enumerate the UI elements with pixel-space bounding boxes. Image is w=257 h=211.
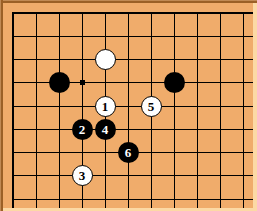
stone-number: 5 — [148, 100, 155, 113]
grid-line-horizontal-5 — [12, 106, 253, 107]
board-bevel-top — [0, 0, 257, 3]
grid-line-vertical-6 — [128, 12, 129, 208]
grid-line-vertical-1 — [12, 12, 14, 208]
stone-black-move-2: 2 — [72, 119, 93, 140]
grid-line-horizontal-9 — [12, 199, 253, 200]
stone-black — [164, 72, 185, 93]
grid-line-horizontal-6 — [12, 129, 253, 130]
stone-number: 6 — [125, 146, 132, 159]
grid-line-horizontal-8 — [12, 175, 253, 176]
stone-white-move-5: 5 — [141, 96, 162, 117]
hoshi-marker — [80, 80, 85, 85]
grid-line-horizontal-2 — [12, 36, 253, 37]
board-bevel-right — [253, 3, 257, 211]
grid-line-vertical-11 — [243, 12, 244, 208]
grid-line-horizontal-3 — [12, 59, 253, 60]
board-bevel-bottom — [3, 208, 257, 211]
stone-black — [49, 72, 70, 93]
stone-white-move-3: 3 — [72, 165, 93, 186]
stone-black-move-4: 4 — [95, 119, 116, 140]
stone-number: 3 — [79, 169, 86, 182]
grid-line-horizontal-1 — [12, 12, 253, 14]
grid-line-vertical-2 — [36, 12, 37, 208]
grid-line-vertical-8 — [174, 12, 175, 208]
stone-black-move-6: 6 — [118, 142, 139, 163]
grid-line-vertical-10 — [220, 12, 221, 208]
go-diagram-frame: 152463 — [0, 0, 257, 211]
stone-number: 4 — [102, 123, 109, 136]
stone-white — [95, 49, 116, 70]
stone-white-move-1: 1 — [95, 96, 116, 117]
go-board: 152463 — [0, 0, 257, 211]
stone-number: 2 — [79, 123, 86, 136]
grid-line-vertical-9 — [197, 12, 198, 208]
grid-line-vertical-3 — [59, 12, 60, 208]
board-bevel-left — [0, 0, 3, 211]
stone-number: 1 — [102, 100, 109, 113]
